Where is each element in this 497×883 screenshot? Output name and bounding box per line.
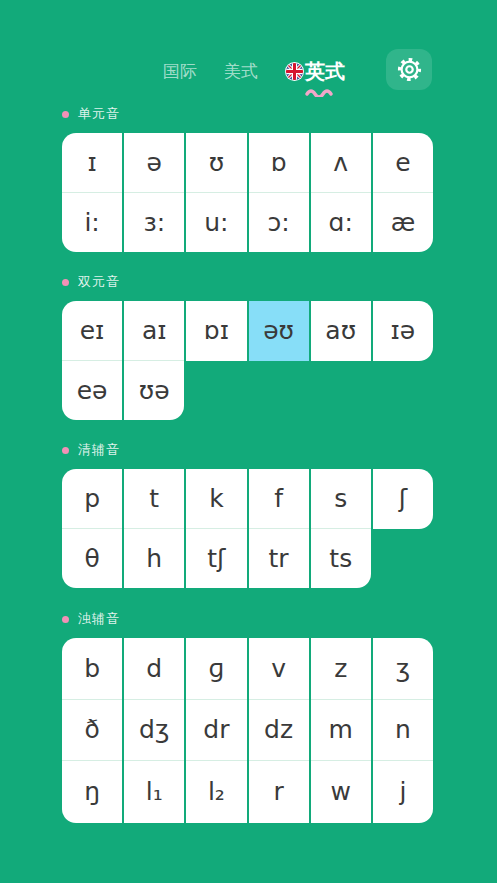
phoneme-cell[interactable]: w: [311, 761, 371, 823]
phoneme-cell[interactable]: n: [373, 700, 433, 762]
section-header: 清辅音: [62, 442, 433, 458]
phoneme-cell[interactable]: ŋ: [62, 761, 122, 823]
phoneme-cell[interactable]: tʃ: [186, 529, 246, 589]
tab-international[interactable]: 国际: [163, 60, 197, 83]
phoneme-cell[interactable]: f: [249, 469, 309, 529]
phoneme-cell[interactable]: t: [124, 469, 184, 529]
phoneme-cell[interactable]: aʊ: [311, 301, 371, 361]
phoneme-cell[interactable]: dʒ: [124, 700, 184, 762]
accent-tab-bar: 国际 美式 英式: [163, 56, 345, 86]
phoneme-cell[interactable]: ɔ:: [249, 193, 309, 253]
phoneme-cell[interactable]: ʌ: [311, 133, 371, 193]
phoneme-cell[interactable]: l₂: [186, 761, 246, 823]
phoneme-cell[interactable]: k: [186, 469, 246, 529]
phoneme-cell[interactable]: ɜ:: [124, 193, 184, 253]
phoneme-grid-voiceless: p t k f s ʃ θ h tʃ tr ts: [62, 469, 433, 588]
phoneme-cell[interactable]: ʊ: [186, 133, 246, 193]
gear-icon: [397, 57, 422, 82]
phoneme-cell[interactable]: eɪ: [62, 301, 122, 361]
phoneme-cell[interactable]: r: [249, 761, 309, 823]
phoneme-grid-monophthongs: ɪ ə ʊ ɒ ʌ e i: ɜ: u: ɔ: ɑ: æ: [62, 133, 433, 252]
phoneme-cell[interactable]: ɒ: [249, 133, 309, 193]
settings-button[interactable]: [386, 49, 432, 90]
bullet-dot: [62, 447, 69, 454]
phoneme-cell[interactable]: b: [62, 638, 122, 700]
bullet-dot: [62, 111, 69, 118]
phoneme-cell[interactable]: ð: [62, 700, 122, 762]
section-diphthongs: 双元音 eɪ aɪ ɒɪ əʊ aʊ ɪə eə ʊə: [62, 274, 433, 420]
active-tab-underline: [305, 89, 335, 97]
phoneme-cell[interactable]: z: [311, 638, 371, 700]
section-label-monophthongs: 单元音: [78, 105, 120, 123]
uk-flag-icon: [285, 62, 304, 81]
phoneme-cell-selected[interactable]: əʊ: [249, 301, 309, 361]
phoneme-cell[interactable]: aɪ: [124, 301, 184, 361]
phoneme-cell[interactable]: ts: [311, 529, 371, 589]
tab-british[interactable]: 英式: [285, 58, 345, 85]
tab-british-label: 英式: [305, 58, 345, 85]
bullet-dot: [62, 616, 69, 623]
phoneme-grid-diphthongs: eɪ aɪ ɒɪ əʊ aʊ ɪə eə ʊə: [62, 301, 433, 420]
section-label-voiced: 浊辅音: [78, 610, 120, 628]
section-label-diphthongs: 双元音: [78, 273, 120, 291]
section-label-voiceless: 清辅音: [78, 441, 120, 459]
phoneme-cell[interactable]: s: [311, 469, 371, 529]
section-header: 单元音: [62, 106, 433, 122]
phoneme-cell[interactable]: dz: [249, 700, 309, 762]
bullet-dot: [62, 279, 69, 286]
section-header: 浊辅音: [62, 611, 433, 627]
section-monophthongs: 单元音 ɪ ə ʊ ɒ ʌ e i: ɜ: u: ɔ: ɑ: æ: [62, 106, 433, 252]
phoneme-cell[interactable]: ə: [124, 133, 184, 193]
phoneme-cell[interactable]: d: [124, 638, 184, 700]
phoneme-cell[interactable]: l₁: [124, 761, 184, 823]
phoneme-cell[interactable]: p: [62, 469, 122, 529]
phoneme-cell[interactable]: ɪ: [62, 133, 122, 193]
phoneme-cell[interactable]: æ: [373, 193, 433, 253]
app-screen: 国际 美式 英式: [0, 0, 497, 883]
phoneme-cell[interactable]: θ: [62, 529, 122, 589]
phoneme-cell[interactable]: m: [311, 700, 371, 762]
phoneme-cell[interactable]: ʃ: [373, 469, 433, 529]
phoneme-cell[interactable]: dr: [186, 700, 246, 762]
section-header: 双元音: [62, 274, 433, 290]
phoneme-cell[interactable]: ɒɪ: [186, 301, 246, 361]
tab-american[interactable]: 美式: [224, 60, 258, 83]
phoneme-cell[interactable]: h: [124, 529, 184, 589]
phoneme-cell[interactable]: ɪə: [373, 301, 433, 361]
phoneme-cell[interactable]: ɡ: [186, 638, 246, 700]
phoneme-cell[interactable]: ʒ: [373, 638, 433, 700]
phoneme-cell[interactable]: i:: [62, 193, 122, 253]
phoneme-cell[interactable]: u:: [186, 193, 246, 253]
section-voiced-consonants: 浊辅音 b d ɡ v z ʒ ð dʒ dr dz m n ŋ l₁ l₂ r…: [62, 611, 433, 823]
section-voiceless-consonants: 清辅音 p t k f s ʃ θ h tʃ tr ts: [62, 442, 433, 588]
phoneme-cell[interactable]: v: [249, 638, 309, 700]
phoneme-cell[interactable]: tr: [249, 529, 309, 589]
phoneme-cell[interactable]: ʊə: [124, 361, 184, 421]
phoneme-cell[interactable]: ɑ:: [311, 193, 371, 253]
phoneme-cell[interactable]: e: [373, 133, 433, 193]
phoneme-grid-voiced: b d ɡ v z ʒ ð dʒ dr dz m n ŋ l₁ l₂ r w j: [62, 638, 433, 823]
phoneme-cell[interactable]: eə: [62, 361, 122, 421]
phoneme-cell[interactable]: j: [373, 761, 433, 823]
